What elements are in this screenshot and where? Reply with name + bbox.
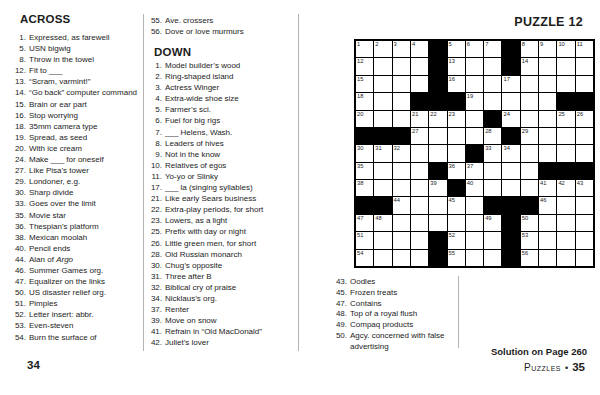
white-cell[interactable]	[411, 163, 428, 179]
white-cell[interactable]	[576, 58, 593, 74]
cell-number: 14	[522, 58, 528, 65]
clue-text: Biblical cry of praise	[165, 282, 296, 293]
clue-item: 4.Extra-wide shoe size	[146, 93, 296, 104]
clue-text: “Scram, varmint!”	[29, 76, 143, 87]
white-cell[interactable]	[393, 250, 410, 266]
clue-text: Nicklaus’s org.	[165, 293, 296, 304]
white-cell[interactable]	[484, 76, 501, 92]
white-cell[interactable]: 40	[466, 180, 483, 196]
clue-item: 16.Stop worrying	[10, 110, 143, 121]
white-cell[interactable]: 29	[521, 128, 538, 144]
white-cell[interactable]	[576, 76, 593, 92]
white-cell[interactable]	[557, 250, 574, 266]
white-cell[interactable]: 13	[448, 58, 465, 74]
clue-item: 5.Farmer’s sci.	[146, 104, 296, 115]
clue-item: 50.US disaster relief org.	[10, 287, 143, 298]
clue-text: Expressed, as farewell	[29, 32, 143, 43]
clue-text: Juliet’s lover	[165, 337, 296, 348]
white-cell[interactable]	[374, 180, 391, 196]
clue-item: 22.Extra-play periods, for short	[146, 204, 296, 215]
clue-number: 55.	[146, 15, 162, 26]
white-cell[interactable]	[429, 215, 446, 231]
clue-number: 48.	[330, 309, 347, 320]
cell-number: 19	[467, 93, 473, 100]
black-cell	[429, 76, 446, 92]
cell-number: 44	[394, 197, 400, 204]
clue-number: 35.	[10, 210, 26, 221]
clue-number: 16.	[10, 110, 26, 121]
clue-text: With ice cream	[29, 143, 143, 154]
clue-item: 43.Oodles	[330, 277, 458, 288]
white-cell[interactable]: 51	[356, 232, 373, 248]
crossword-grid: 1234567891011121314151617181920212223242…	[354, 39, 595, 268]
white-cell[interactable]: 23	[448, 111, 465, 127]
white-cell[interactable]	[539, 232, 556, 248]
white-cell[interactable]	[429, 128, 446, 144]
white-cell[interactable]: 4	[411, 41, 428, 57]
white-cell[interactable]: 26	[576, 111, 593, 127]
white-cell[interactable]	[502, 180, 519, 196]
clue-item: 36.Thespian’s platform	[10, 221, 143, 232]
white-cell[interactable]: 25	[557, 111, 574, 127]
white-cell[interactable]	[393, 215, 410, 231]
white-cell[interactable]: 54	[356, 250, 373, 266]
clue-text: Pimples	[29, 298, 143, 309]
clue-item: 11.Yo-yo or Slinky	[146, 171, 296, 182]
white-cell[interactable]: 35	[356, 163, 373, 179]
cell-number: 39	[430, 180, 436, 187]
cell-number: 29	[522, 128, 528, 135]
white-cell[interactable]	[502, 163, 519, 179]
solution-note: Solution on Page 260	[491, 346, 587, 357]
clue-text: Spread, as seed	[29, 132, 143, 143]
white-cell[interactable]: 55	[448, 250, 465, 266]
clue-text: Fit to ___	[29, 65, 143, 76]
white-cell[interactable]: 12	[356, 58, 373, 74]
clue-item: 19.Spread, as seed	[10, 132, 143, 143]
cell-number: 34	[503, 145, 509, 152]
white-cell[interactable]	[484, 163, 501, 179]
white-cell[interactable]: 32	[393, 145, 410, 161]
white-cell[interactable]: 21	[411, 111, 428, 127]
cell-number: 41	[540, 180, 546, 187]
clue-number: 42.	[146, 337, 162, 348]
black-cell	[356, 128, 373, 144]
white-cell[interactable]	[466, 128, 483, 144]
clue-number: 1.	[146, 60, 162, 71]
clue-number: 41.	[146, 326, 162, 337]
white-cell[interactable]	[484, 58, 501, 74]
cell-number: 36	[449, 163, 455, 170]
white-cell[interactable]: 46	[539, 197, 556, 213]
white-cell[interactable]	[539, 76, 556, 92]
cell-number: 11	[577, 41, 583, 48]
clue-number: 53.	[10, 320, 26, 331]
clue-text: Move on snow	[165, 315, 296, 326]
black-cell	[356, 197, 373, 213]
white-cell[interactable]: 41	[539, 180, 556, 196]
white-cell[interactable]: 2	[374, 41, 391, 57]
clue-text: Ave. crossers	[165, 15, 296, 26]
clue-item: 44.Alan of Argo	[10, 254, 143, 265]
black-cell	[576, 163, 593, 179]
clue-number: 22.	[146, 204, 162, 215]
white-cell[interactable]: 17	[502, 76, 519, 92]
white-cell[interactable]	[411, 197, 428, 213]
down-continued-list: 43.Oodles45.Frozen treats47.Contains48.T…	[330, 277, 458, 353]
white-cell[interactable]	[521, 163, 538, 179]
black-cell	[521, 197, 538, 213]
white-cell[interactable]	[448, 145, 465, 161]
white-cell[interactable]	[576, 145, 593, 161]
clue-number: 47.	[330, 299, 347, 310]
black-cell	[557, 93, 574, 109]
white-cell[interactable]: 28	[484, 128, 501, 144]
black-cell	[429, 163, 446, 179]
white-cell[interactable]	[374, 163, 391, 179]
white-cell[interactable]	[466, 197, 483, 213]
clue-number: 6.	[146, 115, 162, 126]
cell-number: 13	[449, 58, 455, 65]
white-cell[interactable]	[374, 250, 391, 266]
white-cell[interactable]: 9	[539, 41, 556, 57]
white-cell[interactable]	[539, 250, 556, 266]
white-cell[interactable]	[466, 111, 483, 127]
white-cell[interactable]	[466, 232, 483, 248]
white-cell[interactable]: 19	[466, 93, 483, 109]
clue-item: 13.“Scram, varmint!”	[10, 76, 143, 87]
clue-item: 9.Not in the know	[146, 149, 296, 160]
clue-text: Agcy. concerned with false advertising	[350, 331, 458, 353]
clue-text: Oodles	[350, 277, 458, 288]
white-cell[interactable]	[557, 197, 574, 213]
white-cell[interactable]	[466, 76, 483, 92]
clue-item: 10.Relatives of egos	[146, 160, 296, 171]
white-cell[interactable]: 42	[557, 180, 574, 196]
white-cell[interactable]	[521, 76, 538, 92]
down-clue-list: 1.Model builder’s wood2.Ring-shaped isla…	[146, 60, 296, 348]
white-cell[interactable]: 53	[521, 232, 538, 248]
cell-number: 10	[558, 41, 564, 48]
clue-text: Extra-wide shoe size	[165, 93, 296, 104]
clue-item: 23.Lowers, as a light	[146, 215, 296, 226]
cell-number: 47	[357, 215, 363, 222]
clue-item: 47.Equalizer on the links	[10, 276, 143, 287]
white-cell[interactable]: 5	[448, 41, 465, 57]
clue-item: 33.Goes over the limit	[10, 198, 143, 209]
clue-item: 30.Chug’s opposite	[146, 260, 296, 271]
white-cell[interactable]	[448, 215, 465, 231]
black-cell	[393, 128, 410, 144]
white-cell[interactable]: 52	[448, 232, 465, 248]
white-cell[interactable]	[374, 58, 391, 74]
white-cell[interactable]	[576, 215, 593, 231]
white-cell[interactable]	[374, 111, 391, 127]
clue-item: 15.Brain or ear part	[10, 99, 143, 110]
cell-number: 21	[412, 111, 418, 118]
white-cell[interactable]: 16	[448, 76, 465, 92]
clue-item: 26.Little green men, for short	[146, 238, 296, 249]
clue-number: 32.	[146, 282, 162, 293]
white-cell[interactable]: 47	[356, 215, 373, 231]
cell-number: 38	[357, 180, 363, 187]
white-cell[interactable]: 44	[393, 197, 410, 213]
cell-number: 51	[357, 232, 363, 239]
clue-item: 56.Dove or love murmurs	[146, 26, 296, 37]
clue-text: “Go back” computer command	[29, 87, 143, 98]
white-cell[interactable]	[393, 76, 410, 92]
cell-number: 33	[485, 145, 491, 152]
clue-text: Mexican moolah	[29, 232, 143, 243]
white-cell[interactable]	[411, 250, 428, 266]
white-cell[interactable]: 31	[374, 145, 391, 161]
white-cell[interactable]	[521, 93, 538, 109]
white-cell[interactable]	[374, 76, 391, 92]
white-cell[interactable]: 37	[466, 163, 483, 179]
clue-text: Actress Winger	[165, 82, 296, 93]
clue-item: 28.Old Russian monarch	[146, 249, 296, 260]
clue-number: 49.	[330, 320, 347, 331]
cell-number: 46	[540, 197, 546, 204]
white-cell[interactable]: 15	[356, 76, 373, 92]
clue-number: 38.	[10, 232, 26, 243]
white-cell[interactable]	[393, 93, 410, 109]
white-cell[interactable]	[539, 93, 556, 109]
across-header: ACROSS	[20, 13, 70, 25]
white-cell[interactable]	[393, 111, 410, 127]
white-cell[interactable]	[466, 250, 483, 266]
white-cell[interactable]	[429, 145, 446, 161]
cell-number: 6	[467, 41, 470, 48]
black-cell	[502, 232, 519, 248]
white-cell[interactable]	[411, 76, 428, 92]
white-cell[interactable]	[448, 128, 465, 144]
clue-number: 8.	[10, 54, 26, 65]
white-cell[interactable]: 48	[374, 215, 391, 231]
white-cell[interactable]: 45	[448, 197, 465, 213]
cell-number: 26	[577, 111, 583, 118]
white-cell[interactable]: 10	[557, 41, 574, 57]
clue-number: 44.	[10, 254, 26, 265]
clue-item: 20.With ice cream	[10, 143, 143, 154]
cell-number: 49	[485, 215, 491, 222]
black-cell	[429, 41, 446, 57]
white-cell[interactable]: 38	[356, 180, 373, 196]
white-cell[interactable]: 33	[484, 145, 501, 161]
white-cell[interactable]: 11	[576, 41, 593, 57]
white-cell[interactable]	[393, 232, 410, 248]
clue-text: Fuel for big rigs	[165, 115, 296, 126]
clue-item: 54.Burn the surface of	[10, 332, 143, 343]
clue-number: 43.	[330, 277, 347, 288]
clue-item: 45.Frozen treats	[330, 288, 458, 299]
clue-number: 39.	[146, 315, 162, 326]
clue-number: 3.	[146, 82, 162, 93]
white-cell[interactable]	[411, 232, 428, 248]
white-cell[interactable]	[539, 128, 556, 144]
clue-text: Prefix with day or night	[165, 226, 296, 237]
white-cell[interactable]	[557, 128, 574, 144]
cell-number: 43	[577, 180, 583, 187]
black-cell	[484, 111, 501, 127]
white-cell[interactable]: 6	[466, 41, 483, 57]
cell-number: 9	[540, 41, 543, 48]
clue-item: 8.Leaders of hives	[146, 138, 296, 149]
black-cell	[374, 128, 391, 144]
clue-item: 40.Pencil ends	[10, 243, 143, 254]
white-cell[interactable]	[557, 232, 574, 248]
page-gutter-divider	[298, 14, 299, 351]
white-cell[interactable]	[484, 232, 501, 248]
clue-number: 34.	[146, 293, 162, 304]
clue-number: 15.	[10, 99, 26, 110]
white-cell[interactable]	[411, 58, 428, 74]
clue-item: 50.Agcy. concerned with false advertisin…	[330, 331, 458, 353]
clue-text: Three after B	[165, 271, 296, 282]
black-cell	[576, 93, 593, 109]
white-cell[interactable]	[557, 58, 574, 74]
white-cell[interactable]: 18	[356, 93, 373, 109]
white-cell[interactable]: 1	[356, 41, 373, 57]
white-cell[interactable]	[576, 197, 593, 213]
cell-number: 53	[522, 232, 528, 239]
cell-number: 23	[449, 111, 455, 118]
white-cell[interactable]	[393, 163, 410, 179]
clue-text: Make ___ for oneself	[29, 154, 143, 165]
clue-text: Frozen treats	[350, 288, 458, 299]
clue-text: US disaster relief org.	[29, 287, 143, 298]
white-cell[interactable]: 14	[521, 58, 538, 74]
white-cell[interactable]: 30	[356, 145, 373, 161]
book-spread: ACROSS 1.Expressed, as farewell5.USN big…	[0, 0, 600, 395]
clue-text: Sharp divide	[29, 187, 143, 198]
clue-number: 24.	[10, 154, 26, 165]
clue-number: 52.	[10, 309, 26, 320]
clue-text: Old Russian monarch	[165, 249, 296, 260]
cell-number: 16	[449, 76, 455, 83]
clue-text: Alan of Argo	[29, 254, 143, 265]
white-cell[interactable]: 24	[502, 111, 519, 127]
white-cell[interactable]	[484, 93, 501, 109]
white-cell[interactable]	[539, 145, 556, 161]
clue-item: 27.Like Pisa’s tower	[10, 165, 143, 176]
white-cell[interactable]	[576, 232, 593, 248]
white-cell[interactable]	[411, 180, 428, 196]
white-cell[interactable]	[484, 180, 501, 196]
white-cell[interactable]	[393, 58, 410, 74]
white-cell[interactable]	[539, 215, 556, 231]
clue-text: Letter insert: abbr.	[29, 309, 143, 320]
cell-number: 7	[485, 41, 488, 48]
white-cell[interactable]	[374, 93, 391, 109]
cell-number: 50	[522, 215, 528, 222]
white-cell[interactable]	[576, 128, 593, 144]
clue-item: 17.___ la (singing syllables)	[146, 182, 296, 193]
clue-number: 5.	[146, 104, 162, 115]
white-cell[interactable]	[484, 250, 501, 266]
cell-number: 24	[503, 111, 509, 118]
cell-number: 32	[394, 145, 400, 152]
clue-number: 14.	[10, 87, 26, 98]
white-cell[interactable]: 50	[521, 215, 538, 231]
white-cell[interactable]	[539, 111, 556, 127]
clue-item: 30.Sharp divide	[10, 187, 143, 198]
white-cell[interactable]: 43	[576, 180, 593, 196]
white-cell[interactable]	[557, 145, 574, 161]
clue-number: 11.	[146, 171, 162, 182]
clue-item: 6.Fuel for big rigs	[146, 115, 296, 126]
clue-number: 21.	[146, 193, 162, 204]
clue-number: 31.	[146, 271, 162, 282]
clue-text: Equalizer on the links	[29, 276, 143, 287]
clue-item: 25.Prefix with day or night	[146, 226, 296, 237]
white-cell[interactable]	[429, 197, 446, 213]
white-cell[interactable]: 27	[411, 128, 428, 144]
clue-number: 46.	[10, 265, 26, 276]
white-cell[interactable]	[466, 215, 483, 231]
clue-number: 36.	[10, 221, 26, 232]
clue-text: Leaders of hives	[165, 138, 296, 149]
clue-number: 12.	[10, 65, 26, 76]
clue-item: 53.Even-steven	[10, 320, 143, 331]
white-cell[interactable]	[557, 215, 574, 231]
clue-item: 41.Refrain in “Old MacDonald”	[146, 326, 296, 337]
white-cell[interactable]: 49	[484, 215, 501, 231]
clue-text: Summer Games org.	[29, 265, 143, 276]
clue-item: 31.Three after B	[146, 271, 296, 282]
black-cell	[502, 128, 519, 144]
white-cell[interactable]	[393, 180, 410, 196]
cell-number: 25	[558, 111, 564, 118]
white-cell[interactable]: 8	[521, 41, 538, 57]
white-cell[interactable]	[502, 93, 519, 109]
clue-item: 55.Ave. crossers	[146, 15, 296, 26]
clue-item: 35.Movie star	[10, 210, 143, 221]
white-cell[interactable]: 7	[484, 41, 501, 57]
clue-text: Not in the know	[165, 149, 296, 160]
white-cell[interactable]	[466, 58, 483, 74]
white-cell[interactable]: 56	[521, 250, 538, 266]
white-cell[interactable]	[576, 250, 593, 266]
clue-number: 40.	[10, 243, 26, 254]
white-cell[interactable]	[521, 111, 538, 127]
white-cell[interactable]: 36	[448, 163, 465, 179]
white-cell[interactable]: 20	[356, 111, 373, 127]
clue-item: 37.Renter	[146, 304, 296, 315]
cell-number: 48	[375, 215, 381, 222]
white-cell[interactable]: 34	[502, 145, 519, 161]
clue-item: 38.Mexican moolah	[10, 232, 143, 243]
white-cell[interactable]	[521, 145, 538, 161]
white-cell[interactable]	[539, 58, 556, 74]
clue-number: 50.	[330, 331, 347, 353]
white-cell[interactable]: 3	[393, 41, 410, 57]
white-cell[interactable]	[374, 232, 391, 248]
white-cell[interactable]: 39	[429, 180, 446, 196]
white-cell[interactable]	[521, 180, 538, 196]
cell-number: 31	[375, 145, 381, 152]
white-cell[interactable]	[557, 76, 574, 92]
black-cell	[448, 180, 465, 196]
white-cell[interactable]	[411, 145, 428, 161]
clue-text: Stop worrying	[29, 110, 143, 121]
clue-number: 30.	[10, 187, 26, 198]
cell-number: 40	[467, 180, 473, 187]
folio-label: Puzzles	[524, 362, 561, 373]
white-cell[interactable]	[411, 215, 428, 231]
clue-number: 23.	[146, 215, 162, 226]
white-cell[interactable]: 22	[429, 111, 446, 127]
